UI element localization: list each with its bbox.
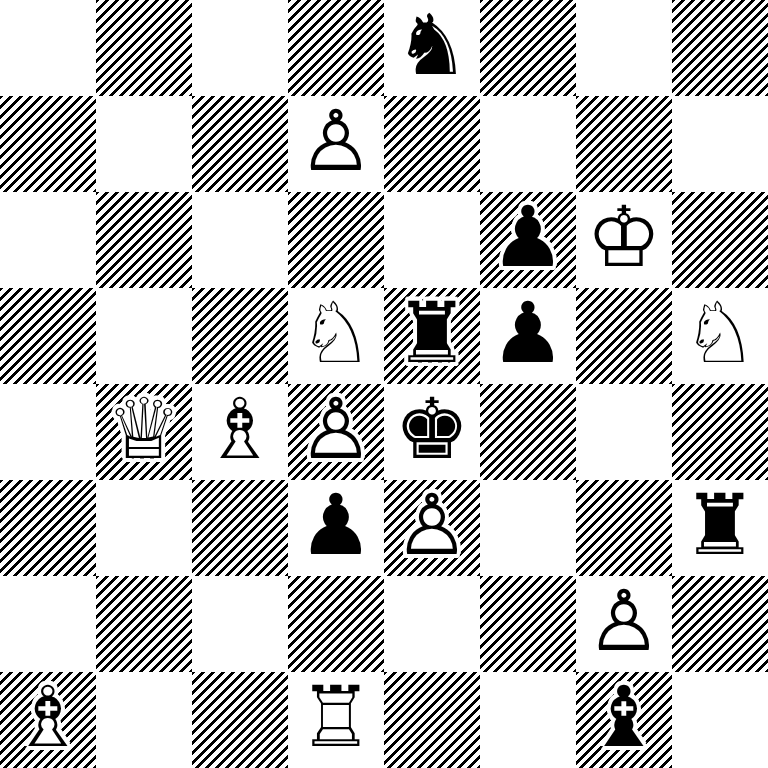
- piece-white-knight[interactable]: ♞♘: [672, 288, 768, 384]
- piece-glyph: ♙: [298, 387, 373, 471]
- square-b8[interactable]: [96, 0, 192, 96]
- square-h8[interactable]: [672, 0, 768, 96]
- piece-glyph: ♟: [490, 195, 565, 279]
- square-a4[interactable]: [0, 384, 96, 480]
- piece-black-king[interactable]: ♚♚: [384, 384, 480, 480]
- square-e7[interactable]: [384, 96, 480, 192]
- piece-glyph: ♖: [298, 675, 373, 759]
- piece-glyph: ♕: [106, 387, 181, 471]
- square-f3[interactable]: [480, 480, 576, 576]
- square-d6[interactable]: [288, 192, 384, 288]
- piece-glyph: ♝: [586, 675, 661, 759]
- square-d5[interactable]: ♞♘: [288, 288, 384, 384]
- piece-glyph: ♘: [682, 291, 757, 375]
- square-e1[interactable]: [384, 672, 480, 768]
- piece-glyph: ♟: [490, 291, 565, 375]
- square-b3[interactable]: [96, 480, 192, 576]
- square-e4[interactable]: ♚♚: [384, 384, 480, 480]
- piece-white-pawn[interactable]: ♟♙: [288, 384, 384, 480]
- square-b2[interactable]: [96, 576, 192, 672]
- square-h4[interactable]: [672, 384, 768, 480]
- piece-white-king[interactable]: ♚♔: [576, 192, 672, 288]
- piece-white-pawn[interactable]: ♟♙: [576, 576, 672, 672]
- square-c8[interactable]: [192, 0, 288, 96]
- piece-glyph: ♗: [10, 675, 85, 759]
- square-h3[interactable]: ♜♜: [672, 480, 768, 576]
- square-a2[interactable]: [0, 576, 96, 672]
- piece-black-knight[interactable]: ♞♞: [384, 0, 480, 96]
- square-d2[interactable]: [288, 576, 384, 672]
- square-g8[interactable]: [576, 0, 672, 96]
- square-g5[interactable]: [576, 288, 672, 384]
- square-f7[interactable]: [480, 96, 576, 192]
- square-a7[interactable]: [0, 96, 96, 192]
- piece-black-pawn[interactable]: ♟♟: [480, 192, 576, 288]
- square-f5[interactable]: ♟♟: [480, 288, 576, 384]
- piece-white-queen[interactable]: ♛♕: [96, 384, 192, 480]
- piece-glyph: ♜: [682, 483, 757, 567]
- square-h1[interactable]: [672, 672, 768, 768]
- square-c6[interactable]: [192, 192, 288, 288]
- square-e5[interactable]: ♜♜: [384, 288, 480, 384]
- piece-white-bishop[interactable]: ♝♗: [192, 384, 288, 480]
- square-h7[interactable]: [672, 96, 768, 192]
- piece-glyph: ♗: [202, 387, 277, 471]
- piece-white-pawn[interactable]: ♟♙: [288, 96, 384, 192]
- piece-black-pawn[interactable]: ♟♟: [480, 288, 576, 384]
- piece-glyph: ♘: [298, 291, 373, 375]
- square-h6[interactable]: [672, 192, 768, 288]
- chess-board: ♞♞♟♙♟♟♚♔♞♘♜♜♟♟♞♘♛♕♝♗♟♙♚♚♟♟♟♙♜♜♟♙♝♗♜♖♝♝: [0, 0, 768, 768]
- piece-black-rook[interactable]: ♜♜: [384, 288, 480, 384]
- square-c4[interactable]: ♝♗: [192, 384, 288, 480]
- square-g6[interactable]: ♚♔: [576, 192, 672, 288]
- square-g4[interactable]: [576, 384, 672, 480]
- square-e8[interactable]: ♞♞: [384, 0, 480, 96]
- piece-black-pawn[interactable]: ♟♟: [288, 480, 384, 576]
- square-c3[interactable]: [192, 480, 288, 576]
- square-g1[interactable]: ♝♝: [576, 672, 672, 768]
- square-b6[interactable]: [96, 192, 192, 288]
- square-f4[interactable]: [480, 384, 576, 480]
- square-b1[interactable]: [96, 672, 192, 768]
- square-c5[interactable]: [192, 288, 288, 384]
- piece-white-rook[interactable]: ♜♖: [288, 672, 384, 768]
- square-f2[interactable]: [480, 576, 576, 672]
- square-d7[interactable]: ♟♙: [288, 96, 384, 192]
- piece-glyph: ♙: [298, 99, 373, 183]
- square-a6[interactable]: [0, 192, 96, 288]
- square-g7[interactable]: [576, 96, 672, 192]
- square-b5[interactable]: [96, 288, 192, 384]
- square-c1[interactable]: [192, 672, 288, 768]
- square-h2[interactable]: [672, 576, 768, 672]
- square-b7[interactable]: [96, 96, 192, 192]
- piece-glyph: ♚: [394, 387, 469, 471]
- piece-black-bishop[interactable]: ♝♝: [576, 672, 672, 768]
- square-d1[interactable]: ♜♖: [288, 672, 384, 768]
- square-c2[interactable]: [192, 576, 288, 672]
- square-a8[interactable]: [0, 0, 96, 96]
- square-c7[interactable]: [192, 96, 288, 192]
- square-f1[interactable]: [480, 672, 576, 768]
- piece-glyph: ♔: [586, 195, 661, 279]
- square-e6[interactable]: [384, 192, 480, 288]
- square-b4[interactable]: ♛♕: [96, 384, 192, 480]
- square-a1[interactable]: ♝♗: [0, 672, 96, 768]
- piece-white-pawn[interactable]: ♟♙: [384, 480, 480, 576]
- piece-glyph: ♙: [394, 483, 469, 567]
- square-a5[interactable]: [0, 288, 96, 384]
- square-d3[interactable]: ♟♟: [288, 480, 384, 576]
- piece-glyph: ♟: [298, 483, 373, 567]
- square-e2[interactable]: [384, 576, 480, 672]
- square-h5[interactable]: ♞♘: [672, 288, 768, 384]
- piece-glyph: ♞: [394, 3, 469, 87]
- square-a3[interactable]: [0, 480, 96, 576]
- square-f6[interactable]: ♟♟: [480, 192, 576, 288]
- piece-glyph: ♙: [586, 579, 661, 663]
- piece-white-knight[interactable]: ♞♘: [288, 288, 384, 384]
- square-f8[interactable]: [480, 0, 576, 96]
- square-e3[interactable]: ♟♙: [384, 480, 480, 576]
- piece-white-bishop[interactable]: ♝♗: [0, 672, 96, 768]
- piece-black-rook[interactable]: ♜♜: [672, 480, 768, 576]
- square-g3[interactable]: [576, 480, 672, 576]
- square-d8[interactable]: [288, 0, 384, 96]
- square-d4[interactable]: ♟♙: [288, 384, 384, 480]
- piece-glyph: ♜: [394, 291, 469, 375]
- square-g2[interactable]: ♟♙: [576, 576, 672, 672]
